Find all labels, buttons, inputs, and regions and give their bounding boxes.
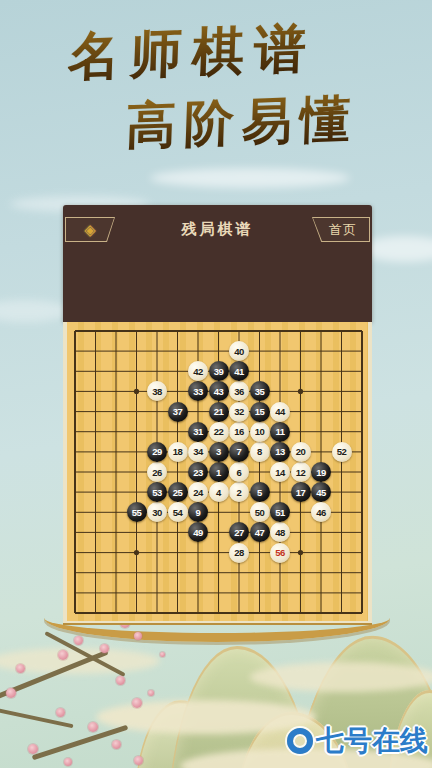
stone-50-white: 50 [250, 502, 270, 522]
stone-12-white: 12 [291, 462, 311, 482]
plum-blossom [28, 744, 38, 754]
home-button[interactable]: 首页 [312, 217, 370, 242]
stone-52-white: 52 [332, 442, 352, 462]
stone-24-white: 24 [188, 482, 208, 502]
app-screen: 名师棋谱 高阶易懂 ◈ 残局棋谱 首页 [0, 0, 432, 768]
home-button-label: 首页 [325, 221, 357, 239]
plum-blossom [58, 650, 68, 660]
stone-25-black: 25 [168, 482, 188, 502]
plum-blossom [6, 688, 16, 698]
stone-22-white: 22 [209, 422, 229, 442]
hero-title-line2: 高阶易懂 [125, 83, 432, 161]
stone-55-black: 55 [127, 502, 147, 522]
stone-5-black: 5 [250, 482, 270, 502]
stone-15-black: 15 [250, 402, 270, 422]
header-bar: ◈ 残局棋谱 首页 [63, 217, 372, 242]
stone-8-white: 8 [250, 442, 270, 462]
stone-2-white: 2 [229, 482, 249, 502]
stone-37-black: 37 [168, 402, 188, 422]
plum-blossom [74, 636, 83, 645]
hero-title-line1: 名师棋谱 [67, 10, 432, 93]
stone-23-black: 23 [188, 462, 208, 482]
stone-21-black: 21 [209, 402, 229, 422]
stone-35-black: 35 [250, 381, 270, 401]
cloud-wisp [0, 300, 70, 322]
cloud-band [96, 700, 316, 734]
plum-blossom [88, 722, 98, 732]
plum-blossom [56, 708, 65, 717]
watermark-text: 七号在线 [316, 722, 428, 760]
stone-11-black: 11 [270, 422, 290, 442]
cloud-wisp [150, 168, 350, 188]
plum-blossom [116, 676, 125, 685]
watermark-q-icon [287, 728, 313, 754]
plum-blossom [64, 758, 72, 766]
stone-32-white: 32 [229, 402, 249, 422]
stone-31-black: 31 [188, 422, 208, 442]
plum-blossom [112, 740, 121, 749]
stone-40-white: 40 [229, 341, 249, 361]
stone-17-black: 17 [291, 482, 311, 502]
game-panel: ◈ 残局棋谱 首页 [63, 205, 372, 322]
watermark: 七号在线 [287, 722, 428, 760]
stone-3-black: 3 [209, 442, 229, 462]
stone-19-black: 19 [311, 462, 331, 482]
stone-13-black: 13 [270, 442, 290, 462]
stone-28-white: 28 [229, 543, 249, 563]
stone-34-white: 34 [188, 442, 208, 462]
plum-blossom [100, 644, 109, 653]
stone-54-white: 54 [168, 502, 188, 522]
stone-6-white: 6 [229, 462, 249, 482]
stone-4-white: 4 [209, 482, 229, 502]
stone-53-black: 53 [147, 482, 167, 502]
stone-47-black: 47 [250, 522, 270, 542]
board-grid: 1234567891011121314151617181920212223242… [75, 331, 362, 613]
stone-1-black: 1 [209, 462, 229, 482]
stone-14-white: 14 [270, 462, 290, 482]
plum-blossom [16, 664, 25, 673]
stone-16-white: 16 [229, 422, 249, 442]
cloud-band [250, 662, 432, 692]
plum-blossom [134, 632, 142, 640]
stone-26-white: 26 [147, 462, 167, 482]
plum-blossom [132, 698, 142, 708]
plum-blossom [148, 690, 154, 696]
stone-18-white: 18 [168, 442, 188, 462]
stone-29-black: 29 [147, 442, 167, 462]
stone-39-black: 39 [209, 361, 229, 381]
hero-title: 名师棋谱 高阶易懂 [0, 16, 432, 155]
stone-44-white: 44 [270, 402, 290, 422]
plum-blossom [134, 756, 143, 765]
plum-blossom [160, 652, 165, 657]
stone-56-white: 56 [270, 543, 290, 563]
stone-10-white: 10 [250, 422, 270, 442]
stone-7-black: 7 [229, 442, 249, 462]
stone-43-black: 43 [209, 381, 229, 401]
gomoku-board[interactable]: 1234567891011121314151617181920212223242… [63, 322, 372, 625]
stone-45-black: 45 [311, 482, 331, 502]
stone-20-white: 20 [291, 442, 311, 462]
